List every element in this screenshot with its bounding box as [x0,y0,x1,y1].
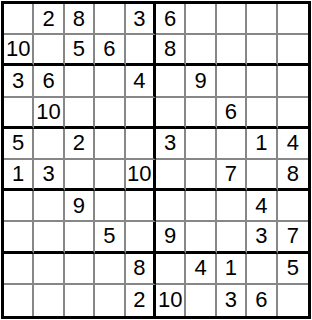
cell-r8c8[interactable] [217,222,247,253]
cell-r3c7: 9 [186,66,216,97]
cell-r8c10: 7 [278,222,308,253]
cell-r9c6[interactable] [156,254,186,285]
cell-r4c2: 10 [34,98,64,129]
cell-r8c1[interactable] [4,222,34,253]
cell-r5c6: 3 [156,129,186,160]
cell-r3c3[interactable] [65,66,95,97]
cell-r5c7[interactable] [186,129,216,160]
cell-r6c8: 7 [217,160,247,191]
cell-r7c2[interactable] [34,191,64,222]
cell-r5c1: 5 [4,129,34,160]
cell-r3c8[interactable] [217,66,247,97]
cell-r10c9: 6 [247,285,277,316]
cell-r9c1[interactable] [4,254,34,285]
cell-r10c4[interactable] [95,285,125,316]
cell-r5c10: 4 [278,129,308,160]
cell-r9c7: 4 [186,254,216,285]
cell-r1c6: 6 [156,4,186,35]
cell-r3c6[interactable] [156,66,186,97]
cell-r7c8[interactable] [217,191,247,222]
cell-r1c8[interactable] [217,4,247,35]
cell-r5c4[interactable] [95,129,125,160]
cell-r2c7[interactable] [186,35,216,66]
cell-r10c2[interactable] [34,285,64,316]
cell-r10c7[interactable] [186,285,216,316]
cell-r6c1: 1 [4,160,34,191]
cell-r5c5[interactable] [126,129,156,160]
cell-r3c2: 6 [34,66,64,97]
cell-r7c4[interactable] [95,191,125,222]
cell-r3c9[interactable] [247,66,277,97]
cell-r4c7[interactable] [186,98,216,129]
cell-r7c1[interactable] [4,191,34,222]
cell-r6c9[interactable] [247,160,277,191]
cell-r10c3[interactable] [65,285,95,316]
cell-r4c6[interactable] [156,98,186,129]
cell-r6c6[interactable] [156,160,186,191]
cell-r4c1[interactable] [4,98,34,129]
cell-r8c6: 9 [156,222,186,253]
sudoku-board: 2836105683649106523141310789459378415210… [1,1,311,319]
cell-r2c6: 8 [156,35,186,66]
cell-r3c4[interactable] [95,66,125,97]
cell-r1c10[interactable] [278,4,308,35]
cell-r8c2[interactable] [34,222,64,253]
cell-r2c2[interactable] [34,35,64,66]
cell-r1c4[interactable] [95,4,125,35]
cell-r3c5: 4 [126,66,156,97]
cell-r4c8: 6 [217,98,247,129]
cell-r9c8: 1 [217,254,247,285]
cell-r6c3[interactable] [65,160,95,191]
cell-r7c10[interactable] [278,191,308,222]
cell-r10c6: 10 [156,285,186,316]
cell-r7c3: 9 [65,191,95,222]
cell-r9c10: 5 [278,254,308,285]
cell-r3c1: 3 [4,66,34,97]
cell-r6c7[interactable] [186,160,216,191]
cell-r2c9[interactable] [247,35,277,66]
cell-r9c5: 8 [126,254,156,285]
cell-r6c5: 10 [126,160,156,191]
cell-r8c7[interactable] [186,222,216,253]
cell-r9c9[interactable] [247,254,277,285]
cell-r2c1: 10 [4,35,34,66]
cell-r1c9[interactable] [247,4,277,35]
cell-r7c7[interactable] [186,191,216,222]
cell-r4c9[interactable] [247,98,277,129]
cell-r6c10: 8 [278,160,308,191]
cell-r2c10[interactable] [278,35,308,66]
cell-r10c10[interactable] [278,285,308,316]
cell-r2c8[interactable] [217,35,247,66]
cell-r7c9: 4 [247,191,277,222]
cell-r8c4: 5 [95,222,125,253]
cell-r10c5: 2 [126,285,156,316]
cell-r2c4: 6 [95,35,125,66]
cell-r7c6[interactable] [156,191,186,222]
cell-r6c2: 3 [34,160,64,191]
cell-r4c10[interactable] [278,98,308,129]
cell-r4c5[interactable] [126,98,156,129]
cell-r8c9: 3 [247,222,277,253]
cell-r8c5[interactable] [126,222,156,253]
cell-r2c3: 5 [65,35,95,66]
cell-r9c3[interactable] [65,254,95,285]
cell-r6c4[interactable] [95,160,125,191]
cell-r9c4[interactable] [95,254,125,285]
cell-r1c3: 8 [65,4,95,35]
cell-r9c2[interactable] [34,254,64,285]
cell-r1c1[interactable] [4,4,34,35]
cell-r10c1[interactable] [4,285,34,316]
cell-r3c10[interactable] [278,66,308,97]
cell-r1c7[interactable] [186,4,216,35]
cell-r10c8: 3 [217,285,247,316]
cell-r5c2[interactable] [34,129,64,160]
cell-r8c3[interactable] [65,222,95,253]
cell-r4c3[interactable] [65,98,95,129]
cell-r7c5[interactable] [126,191,156,222]
cell-r4c4[interactable] [95,98,125,129]
cell-r1c5: 3 [126,4,156,35]
cell-r5c9: 1 [247,129,277,160]
cell-r1c2: 2 [34,4,64,35]
cell-r5c3: 2 [65,129,95,160]
cell-r2c5[interactable] [126,35,156,66]
cell-r5c8[interactable] [217,129,247,160]
